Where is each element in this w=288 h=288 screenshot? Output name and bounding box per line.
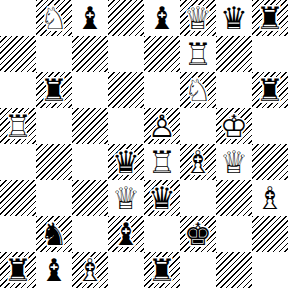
square-g7[interactable] (216, 36, 252, 72)
black-bishop-piece: ♝♝ (36, 252, 72, 288)
piece-glyph: ♝ (72, 0, 108, 36)
square-d2[interactable]: ♝♝ (108, 216, 144, 252)
piece-glyph: ♜ (36, 72, 72, 108)
square-a2[interactable] (0, 216, 36, 252)
square-f8[interactable]: ♛♕ (180, 0, 216, 36)
square-e5[interactable]: ♟♙ (144, 108, 180, 144)
square-c3[interactable] (72, 180, 108, 216)
square-c7[interactable] (72, 36, 108, 72)
square-b6[interactable]: ♜♜ (36, 72, 72, 108)
white-rook-piece: ♜♖ (144, 144, 180, 180)
square-h2[interactable] (252, 216, 288, 252)
white-bishop-piece: ♝♗ (180, 144, 216, 180)
piece-glyph: ♖ (144, 144, 180, 180)
black-bishop-piece: ♝♝ (144, 0, 180, 36)
piece-glyph: ♜ (252, 72, 288, 108)
white-queen-piece: ♛♕ (108, 180, 144, 216)
piece-glyph: ♗ (180, 144, 216, 180)
square-a5[interactable]: ♜♖ (0, 108, 36, 144)
square-e2[interactable] (144, 216, 180, 252)
square-d1[interactable] (108, 252, 144, 288)
square-c4[interactable] (72, 144, 108, 180)
piece-glyph: ♛ (144, 180, 180, 216)
square-e6[interactable] (144, 72, 180, 108)
black-rook-piece: ♜♜ (0, 252, 36, 288)
square-c1[interactable]: ♝♗ (72, 252, 108, 288)
piece-glyph: ♝ (144, 0, 180, 36)
piece-glyph: ♖ (0, 108, 36, 144)
white-queen-piece: ♛♕ (180, 0, 216, 36)
piece-glyph: ♘ (36, 0, 72, 36)
square-c5[interactable] (72, 108, 108, 144)
black-bishop-piece: ♝♝ (72, 0, 108, 36)
square-f6[interactable]: ♞♘ (180, 72, 216, 108)
square-b4[interactable] (36, 144, 72, 180)
square-g1[interactable] (216, 252, 252, 288)
square-g4[interactable]: ♛♕ (216, 144, 252, 180)
square-a7[interactable] (0, 36, 36, 72)
black-rook-piece: ♜♜ (252, 0, 288, 36)
white-rook-piece: ♜♖ (180, 36, 216, 72)
piece-glyph: ♜ (252, 0, 288, 36)
square-h5[interactable] (252, 108, 288, 144)
white-bishop-piece: ♝♗ (252, 180, 288, 216)
square-a6[interactable] (0, 72, 36, 108)
square-g2[interactable] (216, 216, 252, 252)
square-b3[interactable] (36, 180, 72, 216)
square-f5[interactable] (180, 108, 216, 144)
piece-glyph: ♕ (180, 0, 216, 36)
square-b8[interactable]: ♞♘ (36, 0, 72, 36)
square-d6[interactable] (108, 72, 144, 108)
piece-glyph: ♜ (0, 252, 36, 288)
piece-glyph: ♗ (72, 252, 108, 288)
piece-glyph: ♚ (180, 216, 216, 252)
black-knight-piece: ♞♞ (36, 216, 72, 252)
black-queen-piece: ♛♛ (108, 144, 144, 180)
square-e1[interactable]: ♜♜ (144, 252, 180, 288)
square-e8[interactable]: ♝♝ (144, 0, 180, 36)
square-g3[interactable] (216, 180, 252, 216)
white-queen-piece: ♛♕ (216, 144, 252, 180)
square-d8[interactable] (108, 0, 144, 36)
square-h7[interactable] (252, 36, 288, 72)
black-rook-piece: ♜♜ (144, 252, 180, 288)
square-b5[interactable] (36, 108, 72, 144)
black-bishop-piece: ♝♝ (108, 216, 144, 252)
square-c8[interactable]: ♝♝ (72, 0, 108, 36)
square-a1[interactable]: ♜♜ (0, 252, 36, 288)
square-f7[interactable]: ♜♖ (180, 36, 216, 72)
square-f2[interactable]: ♚♚ (180, 216, 216, 252)
square-b1[interactable]: ♝♝ (36, 252, 72, 288)
piece-glyph: ♞ (36, 216, 72, 252)
square-f4[interactable]: ♝♗ (180, 144, 216, 180)
piece-glyph: ♝ (36, 252, 72, 288)
piece-glyph: ♖ (180, 36, 216, 72)
square-c6[interactable] (72, 72, 108, 108)
square-d5[interactable] (108, 108, 144, 144)
square-d7[interactable] (108, 36, 144, 72)
square-d3[interactable]: ♛♕ (108, 180, 144, 216)
square-c2[interactable] (72, 216, 108, 252)
piece-glyph: ♕ (108, 180, 144, 216)
white-bishop-piece: ♝♗ (72, 252, 108, 288)
piece-glyph: ♝ (108, 216, 144, 252)
square-e7[interactable] (144, 36, 180, 72)
square-b7[interactable] (36, 36, 72, 72)
square-e4[interactable]: ♜♖ (144, 144, 180, 180)
white-knight-piece: ♞♘ (180, 72, 216, 108)
white-knight-piece: ♞♘ (36, 0, 72, 36)
white-rook-piece: ♜♖ (0, 108, 36, 144)
black-queen-piece: ♛♛ (216, 0, 252, 36)
square-e3[interactable]: ♛♛ (144, 180, 180, 216)
square-h6[interactable]: ♜♜ (252, 72, 288, 108)
square-g8[interactable]: ♛♛ (216, 0, 252, 36)
black-rook-piece: ♜♜ (252, 72, 288, 108)
square-b2[interactable]: ♞♞ (36, 216, 72, 252)
square-d4[interactable]: ♛♛ (108, 144, 144, 180)
piece-glyph: ♗ (252, 180, 288, 216)
white-king-piece: ♚♔ (216, 108, 252, 144)
square-a3[interactable] (0, 180, 36, 216)
piece-glyph: ♘ (180, 72, 216, 108)
square-g6[interactable] (216, 72, 252, 108)
black-rook-piece: ♜♜ (36, 72, 72, 108)
piece-glyph: ♛ (108, 144, 144, 180)
piece-glyph: ♛ (216, 0, 252, 36)
square-a8[interactable] (0, 0, 36, 36)
square-f3[interactable] (180, 180, 216, 216)
piece-glyph: ♕ (216, 144, 252, 180)
piece-glyph: ♜ (144, 252, 180, 288)
square-h3[interactable]: ♝♗ (252, 180, 288, 216)
white-pawn-piece: ♟♙ (144, 108, 180, 144)
square-h8[interactable]: ♜♜ (252, 0, 288, 36)
chess-diagram: ♞♘♝♝♝♝♛♕♛♛♜♜♜♖♜♜♞♘♜♜♜♖♟♙♚♔♛♛♜♖♝♗♛♕♛♕♛♛♝♗… (0, 0, 288, 288)
square-f1[interactable] (180, 252, 216, 288)
piece-glyph: ♔ (216, 108, 252, 144)
black-king-piece: ♚♚ (180, 216, 216, 252)
square-h1[interactable] (252, 252, 288, 288)
square-h4[interactable] (252, 144, 288, 180)
chess-board: ♞♘♝♝♝♝♛♕♛♛♜♜♜♖♜♜♞♘♜♜♜♖♟♙♚♔♛♛♜♖♝♗♛♕♛♕♛♛♝♗… (0, 0, 288, 288)
piece-glyph: ♙ (144, 108, 180, 144)
square-g5[interactable]: ♚♔ (216, 108, 252, 144)
black-queen-piece: ♛♛ (144, 180, 180, 216)
square-a4[interactable] (0, 144, 36, 180)
